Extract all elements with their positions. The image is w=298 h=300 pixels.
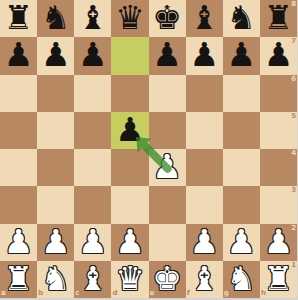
square-e7[interactable]: ♟ [149,37,186,74]
square-f4[interactable] [186,149,223,186]
square-b6[interactable] [37,75,74,112]
piece-black-pawn[interactable]: ♟ [41,38,71,71]
piece-black-pawn[interactable]: ♟ [78,38,108,71]
square-e1[interactable]: ♚e [149,261,186,298]
square-e5[interactable] [149,112,186,149]
square-h3[interactable]: 3 [260,186,297,223]
square-b5[interactable] [37,112,74,149]
chess-board: ♜♞♝♛♚♝♞♜8♟♟♟♟♟♟♟76♟5♟43♟♟♟♟♟♟♟2♜a♞b♝c♛d♚… [0,0,298,300]
square-g7[interactable]: ♟ [223,37,260,74]
rank-label-4: 4 [291,150,296,157]
square-e4[interactable]: ♟ [149,149,186,186]
square-d5[interactable]: ♟ [111,112,148,149]
square-d6[interactable] [111,75,148,112]
piece-white-king[interactable]: ♚ [152,262,182,295]
piece-white-pawn[interactable]: ♟ [152,150,182,183]
rank-label-6: 6 [291,76,296,83]
square-e8[interactable]: ♚ [149,0,186,37]
piece-white-knight[interactable]: ♞ [227,262,257,295]
piece-black-pawn[interactable]: ♟ [227,38,257,71]
square-d4[interactable] [111,149,148,186]
piece-black-pawn[interactable]: ♟ [189,38,219,71]
piece-black-pawn[interactable]: ♟ [152,38,182,71]
square-c6[interactable] [74,75,111,112]
square-f7[interactable]: ♟ [186,37,223,74]
square-a1[interactable]: ♜a [0,261,37,298]
square-g4[interactable] [223,149,260,186]
square-g8[interactable]: ♞ [223,0,260,37]
piece-white-rook[interactable]: ♜ [4,262,34,295]
square-e6[interactable] [149,75,186,112]
piece-white-rook[interactable]: ♜ [264,262,294,295]
square-b2[interactable]: ♟ [37,224,74,261]
square-a4[interactable] [0,149,37,186]
piece-black-king[interactable]: ♚ [152,1,182,34]
square-a8[interactable]: ♜ [0,0,37,37]
square-b1[interactable]: ♞b [37,261,74,298]
piece-black-knight[interactable]: ♞ [41,1,71,34]
square-b8[interactable]: ♞ [37,0,74,37]
square-e3[interactable] [149,186,186,223]
piece-white-knight[interactable]: ♞ [41,262,71,295]
piece-black-pawn[interactable]: ♟ [264,38,294,71]
square-a5[interactable] [0,112,37,149]
square-g6[interactable] [223,75,260,112]
square-c3[interactable] [74,186,111,223]
square-c8[interactable]: ♝ [74,0,111,37]
piece-black-queen[interactable]: ♛ [115,1,145,34]
square-f2[interactable]: ♟ [186,224,223,261]
square-g5[interactable] [223,112,260,149]
square-a2[interactable]: ♟ [0,224,37,261]
square-h2[interactable]: ♟2 [260,224,297,261]
square-b7[interactable]: ♟ [37,37,74,74]
square-g2[interactable]: ♟ [223,224,260,261]
square-b3[interactable] [37,186,74,223]
piece-black-bishop[interactable]: ♝ [78,1,108,34]
square-h8[interactable]: ♜8 [260,0,297,37]
square-h4[interactable]: 4 [260,149,297,186]
square-a6[interactable] [0,75,37,112]
square-a3[interactable] [0,186,37,223]
square-d1[interactable]: ♛d [111,261,148,298]
rank-label-3: 3 [291,187,296,194]
square-c2[interactable]: ♟ [74,224,111,261]
piece-white-queen[interactable]: ♛ [115,262,145,295]
piece-black-rook[interactable]: ♜ [4,1,34,34]
piece-white-bishop[interactable]: ♝ [189,262,219,295]
square-c7[interactable]: ♟ [74,37,111,74]
chess-board-panel: ♜♞♝♛♚♝♞♜8♟♟♟♟♟♟♟76♟5♟43♟♟♟♟♟♟♟2♜a♞b♝c♛d♚… [0,0,298,300]
piece-black-bishop[interactable]: ♝ [189,1,219,34]
piece-white-pawn[interactable]: ♟ [4,225,34,258]
square-f5[interactable] [186,112,223,149]
square-g3[interactable] [223,186,260,223]
piece-white-pawn[interactable]: ♟ [115,225,145,258]
piece-black-pawn[interactable]: ♟ [115,113,145,146]
square-h5[interactable]: 5 [260,112,297,149]
piece-white-pawn[interactable]: ♟ [189,225,219,258]
piece-white-pawn[interactable]: ♟ [227,225,257,258]
square-f8[interactable]: ♝ [186,0,223,37]
square-a7[interactable]: ♟ [0,37,37,74]
square-b4[interactable] [37,149,74,186]
square-f1[interactable]: ♝f [186,261,223,298]
square-g1[interactable]: ♞g [223,261,260,298]
rank-label-5: 5 [291,113,296,120]
piece-white-pawn[interactable]: ♟ [78,225,108,258]
piece-white-pawn[interactable]: ♟ [264,225,294,258]
square-h6[interactable]: 6 [260,75,297,112]
square-d8[interactable]: ♛ [111,0,148,37]
square-d2[interactable]: ♟ [111,224,148,261]
piece-black-rook[interactable]: ♜ [264,1,294,34]
square-f6[interactable] [186,75,223,112]
square-d7[interactable] [111,37,148,74]
square-f3[interactable] [186,186,223,223]
square-h7[interactable]: ♟7 [260,37,297,74]
square-h1[interactable]: ♜h1 [260,261,297,298]
square-c1[interactable]: ♝c [74,261,111,298]
square-e2[interactable] [149,224,186,261]
piece-white-bishop[interactable]: ♝ [78,262,108,295]
piece-black-knight[interactable]: ♞ [227,1,257,34]
piece-black-pawn[interactable]: ♟ [4,38,34,71]
piece-white-pawn[interactable]: ♟ [41,225,71,258]
square-d3[interactable] [111,186,148,223]
square-c4[interactable] [74,149,111,186]
square-c5[interactable] [74,112,111,149]
